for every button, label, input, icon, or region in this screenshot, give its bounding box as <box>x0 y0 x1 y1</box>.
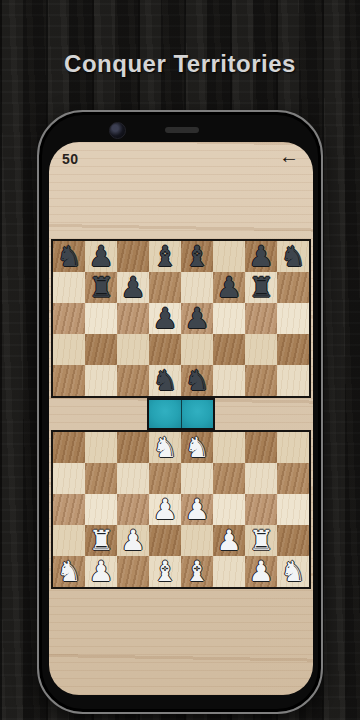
square-t1g[interactable]: ♟ <box>245 241 277 272</box>
territory-square-e[interactable] <box>181 400 213 428</box>
square-t2d[interactable] <box>149 272 181 303</box>
square-t5b[interactable] <box>85 365 117 396</box>
square-b3f[interactable] <box>213 494 245 525</box>
square-b2a[interactable] <box>53 463 85 494</box>
square-b1c[interactable] <box>117 432 149 463</box>
square-b3h[interactable] <box>277 494 309 525</box>
square-t4g[interactable] <box>245 334 277 365</box>
square-t2e[interactable] <box>181 272 213 303</box>
square-t5e[interactable]: ♞ <box>181 365 213 396</box>
square-t5d[interactable]: ♞ <box>149 365 181 396</box>
white-pawn[interactable]: ♟ <box>245 556 277 587</box>
white-rook[interactable]: ♜ <box>245 525 277 556</box>
square-t3a[interactable] <box>53 303 85 334</box>
black-pawn[interactable]: ♟ <box>213 272 245 303</box>
black-bishop[interactable]: ♝ <box>149 241 181 272</box>
square-t5f[interactable] <box>213 365 245 396</box>
white-pawn[interactable]: ♟ <box>117 525 149 556</box>
square-b1e[interactable]: ♞ <box>181 432 213 463</box>
square-b4g[interactable]: ♜ <box>245 525 277 556</box>
black-pawn[interactable]: ♟ <box>245 241 277 272</box>
square-b4c[interactable]: ♟ <box>117 525 149 556</box>
white-knight[interactable]: ♞ <box>181 432 213 463</box>
black-pawn[interactable]: ♟ <box>117 272 149 303</box>
square-t3d[interactable]: ♟ <box>149 303 181 334</box>
game-screen: 50 ← ♞♟♝♝♟♞♜♟♟♜♟♟♞♞ ♞♞♟♟♜♟♟♜♞♟♝♝♟♞ <box>49 142 313 695</box>
black-knight[interactable]: ♞ <box>277 241 309 272</box>
square-t1d[interactable]: ♝ <box>149 241 181 272</box>
square-t1c[interactable] <box>117 241 149 272</box>
square-b2f[interactable] <box>213 463 245 494</box>
square-t4d[interactable] <box>149 334 181 365</box>
square-b5a[interactable]: ♞ <box>53 556 85 587</box>
square-b5f[interactable] <box>213 556 245 587</box>
black-bishop[interactable]: ♝ <box>181 241 213 272</box>
neutral-strip <box>51 398 311 430</box>
square-b4h[interactable] <box>277 525 309 556</box>
square-b1g[interactable] <box>245 432 277 463</box>
black-knight[interactable]: ♞ <box>53 241 85 272</box>
black-pawn[interactable]: ♟ <box>85 241 117 272</box>
territory-square-d[interactable] <box>149 400 181 428</box>
phone-frame: 50 ← ♞♟♝♝♟♞♜♟♟♜♟♟♞♞ ♞♞♟♟♜♟♟♜♞♟♝♝♟♞ <box>37 110 323 714</box>
white-bishop[interactable]: ♝ <box>149 556 181 587</box>
square-b1b[interactable] <box>85 432 117 463</box>
square-t1f[interactable] <box>213 241 245 272</box>
square-b3b[interactable] <box>85 494 117 525</box>
square-b4a[interactable] <box>53 525 85 556</box>
square-b1f[interactable] <box>213 432 245 463</box>
square-b5g[interactable]: ♟ <box>245 556 277 587</box>
white-rook[interactable]: ♜ <box>85 525 117 556</box>
square-b5d[interactable]: ♝ <box>149 556 181 587</box>
square-t5a[interactable] <box>53 365 85 396</box>
page-title: Conquer Territories <box>0 50 360 78</box>
black-half-board: ♞♟♝♝♟♞♜♟♟♜♟♟♞♞ <box>51 239 311 398</box>
square-b2d[interactable] <box>149 463 181 494</box>
square-t4h[interactable] <box>277 334 309 365</box>
square-t2c[interactable]: ♟ <box>117 272 149 303</box>
square-b2b[interactable] <box>85 463 117 494</box>
square-b1a[interactable] <box>53 432 85 463</box>
square-b4e[interactable] <box>181 525 213 556</box>
square-t4c[interactable] <box>117 334 149 365</box>
square-b3c[interactable] <box>117 494 149 525</box>
white-half-board: ♞♞♟♟♜♟♟♜♞♟♝♝♟♞ <box>51 430 311 589</box>
square-t2h[interactable] <box>277 272 309 303</box>
square-t2b[interactable]: ♜ <box>85 272 117 303</box>
square-b2h[interactable] <box>277 463 309 494</box>
board-stack: ♞♟♝♝♟♞♜♟♟♜♟♟♞♞ ♞♞♟♟♜♟♟♜♞♟♝♝♟♞ <box>51 239 311 589</box>
square-t3h[interactable] <box>277 303 309 334</box>
square-t5g[interactable] <box>245 365 277 396</box>
square-t1h[interactable]: ♞ <box>277 241 309 272</box>
app-background: Conquer Territories 50 ← ♞♟♝♝♟♞♜♟♟♜♟♟♞♞ … <box>0 0 360 720</box>
square-t1b[interactable]: ♟ <box>85 241 117 272</box>
black-pawn[interactable]: ♟ <box>181 303 213 334</box>
square-t3g[interactable] <box>245 303 277 334</box>
square-t4f[interactable] <box>213 334 245 365</box>
square-t1a[interactable]: ♞ <box>53 241 85 272</box>
white-pawn[interactable]: ♟ <box>149 494 181 525</box>
square-t3c[interactable] <box>117 303 149 334</box>
square-b1h[interactable] <box>277 432 309 463</box>
square-t2a[interactable] <box>53 272 85 303</box>
square-t5h[interactable] <box>277 365 309 396</box>
square-t3e[interactable]: ♟ <box>181 303 213 334</box>
camera-icon <box>109 122 126 139</box>
score-counter: 50 <box>62 151 79 167</box>
white-pawn[interactable]: ♟ <box>85 556 117 587</box>
white-pawn[interactable]: ♟ <box>181 494 213 525</box>
square-b5h[interactable]: ♞ <box>277 556 309 587</box>
square-b3g[interactable] <box>245 494 277 525</box>
square-b4f[interactable]: ♟ <box>213 525 245 556</box>
square-b4d[interactable] <box>149 525 181 556</box>
square-b5c[interactable] <box>117 556 149 587</box>
square-t1e[interactable]: ♝ <box>181 241 213 272</box>
black-knight[interactable]: ♞ <box>181 365 213 396</box>
white-bishop[interactable]: ♝ <box>181 556 213 587</box>
square-t2f[interactable]: ♟ <box>213 272 245 303</box>
speaker-icon <box>165 127 199 133</box>
black-rook[interactable]: ♜ <box>245 272 277 303</box>
square-b3e[interactable]: ♟ <box>181 494 213 525</box>
square-b1d[interactable]: ♞ <box>149 432 181 463</box>
square-t3f[interactable] <box>213 303 245 334</box>
white-pawn[interactable]: ♟ <box>213 525 245 556</box>
black-knight[interactable]: ♞ <box>149 365 181 396</box>
territory-zone <box>147 398 215 430</box>
square-b2g[interactable] <box>245 463 277 494</box>
square-b2e[interactable] <box>181 463 213 494</box>
back-arrow-icon[interactable]: ← <box>279 146 299 166</box>
white-knight[interactable]: ♞ <box>277 556 309 587</box>
square-b2c[interactable] <box>117 463 149 494</box>
square-b5e[interactable]: ♝ <box>181 556 213 587</box>
black-pawn[interactable]: ♟ <box>149 303 181 334</box>
square-t5c[interactable] <box>117 365 149 396</box>
black-rook[interactable]: ♜ <box>85 272 117 303</box>
square-t4e[interactable] <box>181 334 213 365</box>
square-b5b[interactable]: ♟ <box>85 556 117 587</box>
square-t2g[interactable]: ♜ <box>245 272 277 303</box>
square-t3b[interactable] <box>85 303 117 334</box>
square-b3d[interactable]: ♟ <box>149 494 181 525</box>
white-knight[interactable]: ♞ <box>53 556 85 587</box>
white-knight[interactable]: ♞ <box>149 432 181 463</box>
square-b4b[interactable]: ♜ <box>85 525 117 556</box>
square-t4a[interactable] <box>53 334 85 365</box>
square-b3a[interactable] <box>53 494 85 525</box>
square-t4b[interactable] <box>85 334 117 365</box>
